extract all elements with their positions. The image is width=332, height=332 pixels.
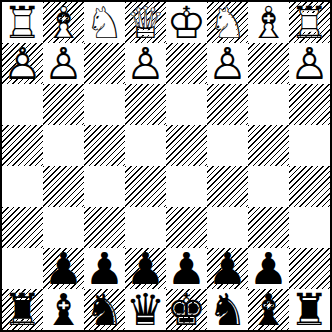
black-pawn[interactable]: ♟♟ xyxy=(166,248,207,289)
white-pawn[interactable]: ♟♙ xyxy=(289,43,330,84)
square-a5[interactable] xyxy=(2,166,43,207)
square-h2[interactable]: ♟♙ xyxy=(289,43,330,84)
square-c6[interactable] xyxy=(84,207,125,248)
square-b8[interactable]: ♝♝ xyxy=(43,289,84,330)
white-bishop-icon: ♗ xyxy=(44,2,83,43)
black-pawn-icon: ♟ xyxy=(167,248,206,289)
black-bishop[interactable]: ♝♝ xyxy=(43,289,84,330)
square-a4[interactable] xyxy=(2,125,43,166)
white-rook[interactable]: ♜♖ xyxy=(2,2,43,43)
white-rook-icon: ♖ xyxy=(290,2,329,43)
square-a2[interactable]: ♟♙ xyxy=(2,43,43,84)
black-rook[interactable]: ♜♜ xyxy=(2,289,43,330)
white-bishop[interactable]: ♝♗ xyxy=(248,2,289,43)
square-d3[interactable] xyxy=(125,84,166,125)
white-pawn-icon: ♙ xyxy=(3,43,42,84)
square-h5[interactable] xyxy=(289,166,330,207)
black-queen[interactable]: ♛♛ xyxy=(125,289,166,330)
square-c4[interactable] xyxy=(84,125,125,166)
square-g7[interactable]: ♟♟ xyxy=(248,248,289,289)
square-d4[interactable] xyxy=(125,125,166,166)
square-f4[interactable] xyxy=(207,125,248,166)
white-queen-icon: ♕ xyxy=(126,2,165,43)
square-e1[interactable]: ♚♔ xyxy=(166,2,207,43)
square-a1[interactable]: ♜♖ xyxy=(2,2,43,43)
square-a8[interactable]: ♜♜ xyxy=(2,289,43,330)
black-pawn-icon: ♟ xyxy=(249,248,288,289)
black-bishop[interactable]: ♝♝ xyxy=(248,289,289,330)
black-knight[interactable]: ♞♞ xyxy=(207,289,248,330)
white-knight-icon: ♘ xyxy=(208,2,247,43)
square-e3[interactable] xyxy=(166,84,207,125)
white-knight-icon: ♘ xyxy=(85,2,124,43)
white-king[interactable]: ♚♔ xyxy=(166,2,207,43)
black-pawn[interactable]: ♟♟ xyxy=(207,248,248,289)
square-b5[interactable] xyxy=(43,166,84,207)
square-h1[interactable]: ♜♖ xyxy=(289,2,330,43)
black-pawn-icon: ♟ xyxy=(44,248,83,289)
black-knight-icon: ♞ xyxy=(208,289,247,330)
black-pawn-icon: ♟ xyxy=(208,248,247,289)
square-b1[interactable]: ♝♗ xyxy=(43,2,84,43)
white-knight[interactable]: ♞♘ xyxy=(84,2,125,43)
black-pawn[interactable]: ♟♟ xyxy=(125,248,166,289)
square-e2[interactable] xyxy=(166,43,207,84)
white-queen[interactable]: ♛♕ xyxy=(125,2,166,43)
white-pawn[interactable]: ♟♙ xyxy=(43,43,84,84)
square-h6[interactable] xyxy=(289,207,330,248)
square-g3[interactable] xyxy=(248,84,289,125)
black-pawn-icon: ♟ xyxy=(126,248,165,289)
black-queen-icon: ♛ xyxy=(126,289,165,330)
white-pawn-icon: ♙ xyxy=(208,43,247,84)
square-d8[interactable]: ♛♛ xyxy=(125,289,166,330)
square-d7[interactable]: ♟♟ xyxy=(125,248,166,289)
square-a7[interactable] xyxy=(2,248,43,289)
square-d6[interactable] xyxy=(125,207,166,248)
square-f5[interactable] xyxy=(207,166,248,207)
square-h4[interactable] xyxy=(289,125,330,166)
square-b4[interactable] xyxy=(43,125,84,166)
square-g1[interactable]: ♝♗ xyxy=(248,2,289,43)
black-bishop-icon: ♝ xyxy=(249,289,288,330)
black-pawn[interactable]: ♟♟ xyxy=(43,248,84,289)
square-c8[interactable]: ♞♞ xyxy=(84,289,125,330)
white-bishop[interactable]: ♝♗ xyxy=(43,2,84,43)
square-a3[interactable] xyxy=(2,84,43,125)
square-f7[interactable]: ♟♟ xyxy=(207,248,248,289)
square-d5[interactable] xyxy=(125,166,166,207)
white-king-icon: ♔ xyxy=(167,2,206,43)
square-d1[interactable]: ♛♕ xyxy=(125,2,166,43)
square-e6[interactable] xyxy=(166,207,207,248)
square-h7[interactable] xyxy=(289,248,330,289)
white-pawn-icon: ♙ xyxy=(290,43,329,84)
white-pawn-icon: ♙ xyxy=(44,43,83,84)
square-b3[interactable] xyxy=(43,84,84,125)
square-e5[interactable] xyxy=(166,166,207,207)
black-pawn[interactable]: ♟♟ xyxy=(248,248,289,289)
square-g5[interactable] xyxy=(248,166,289,207)
black-pawn[interactable]: ♟♟ xyxy=(84,248,125,289)
white-rook[interactable]: ♜♖ xyxy=(289,2,330,43)
black-knight-icon: ♞ xyxy=(85,289,124,330)
square-b6[interactable] xyxy=(43,207,84,248)
black-knight[interactable]: ♞♞ xyxy=(84,289,125,330)
square-c2[interactable] xyxy=(84,43,125,84)
black-king[interactable]: ♚♚ xyxy=(166,289,207,330)
white-knight[interactable]: ♞♘ xyxy=(207,2,248,43)
black-rook[interactable]: ♜♜ xyxy=(289,289,330,330)
black-pawn-icon: ♟ xyxy=(85,248,124,289)
square-g2[interactable] xyxy=(248,43,289,84)
square-g6[interactable] xyxy=(248,207,289,248)
chess-board: ♜♖♝♗♞♘♛♕♚♔♞♘♝♗♜♖♟♙♟♙♟♙♟♙♟♙♟♟♟♟♟♟♟♟♟♟♟♟♜♜… xyxy=(0,0,332,332)
square-a6[interactable] xyxy=(2,207,43,248)
square-f8[interactable]: ♞♞ xyxy=(207,289,248,330)
square-c1[interactable]: ♞♘ xyxy=(84,2,125,43)
square-f3[interactable] xyxy=(207,84,248,125)
white-pawn[interactable]: ♟♙ xyxy=(2,43,43,84)
square-e8[interactable]: ♚♚ xyxy=(166,289,207,330)
square-h3[interactable] xyxy=(289,84,330,125)
white-pawn-icon: ♙ xyxy=(126,43,165,84)
square-h8[interactable]: ♜♜ xyxy=(289,289,330,330)
square-c7[interactable]: ♟♟ xyxy=(84,248,125,289)
square-f6[interactable] xyxy=(207,207,248,248)
square-f1[interactable]: ♞♘ xyxy=(207,2,248,43)
square-e4[interactable] xyxy=(166,125,207,166)
square-c5[interactable] xyxy=(84,166,125,207)
square-g8[interactable]: ♝♝ xyxy=(248,289,289,330)
chess-diagram: ♜♖♝♗♞♘♛♕♚♔♞♘♝♗♜♖♟♙♟♙♟♙♟♙♟♙♟♟♟♟♟♟♟♟♟♟♟♟♜♜… xyxy=(0,0,332,332)
square-c3[interactable] xyxy=(84,84,125,125)
square-e7[interactable]: ♟♟ xyxy=(166,248,207,289)
white-rook-icon: ♖ xyxy=(3,2,42,43)
square-b2[interactable]: ♟♙ xyxy=(43,43,84,84)
square-d2[interactable]: ♟♙ xyxy=(125,43,166,84)
black-rook-icon: ♜ xyxy=(290,289,329,330)
black-king-icon: ♚ xyxy=(167,289,206,330)
black-bishop-icon: ♝ xyxy=(44,289,83,330)
square-f2[interactable]: ♟♙ xyxy=(207,43,248,84)
square-g4[interactable] xyxy=(248,125,289,166)
black-rook-icon: ♜ xyxy=(3,289,42,330)
white-pawn[interactable]: ♟♙ xyxy=(125,43,166,84)
square-b7[interactable]: ♟♟ xyxy=(43,248,84,289)
white-bishop-icon: ♗ xyxy=(249,2,288,43)
white-pawn[interactable]: ♟♙ xyxy=(207,43,248,84)
